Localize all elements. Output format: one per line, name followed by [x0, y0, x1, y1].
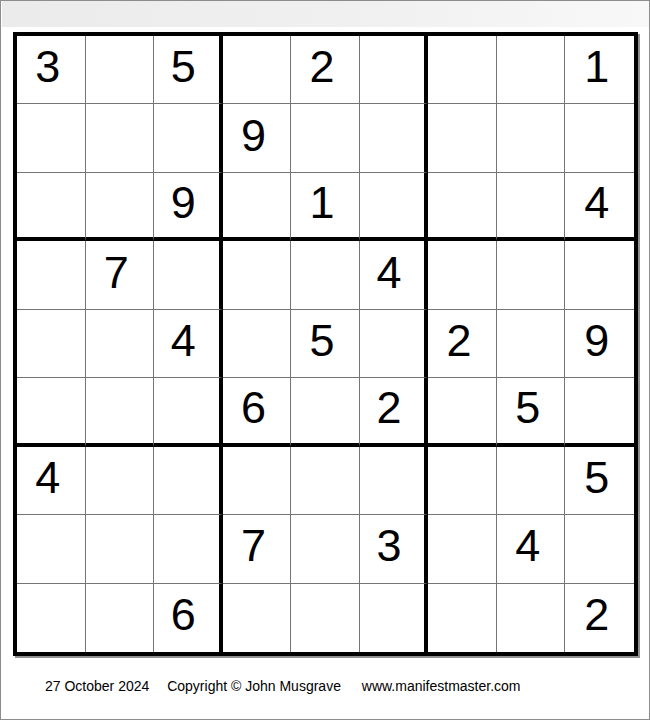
- cell-r1c3: 5: [154, 36, 223, 104]
- cell-r3c6: [360, 173, 429, 241]
- given-digit: 1: [309, 180, 334, 225]
- cell-r2c1: [17, 104, 86, 172]
- cell-r7c1: 4: [17, 447, 86, 515]
- given-digit: 3: [35, 44, 60, 89]
- given-digit: 4: [35, 455, 60, 500]
- cell-r2c7: [428, 104, 497, 172]
- cell-r1c4: [223, 36, 292, 104]
- cell-r4c2: 7: [86, 241, 155, 309]
- given-digit: 1: [584, 44, 609, 89]
- cell-r7c7: [428, 447, 497, 515]
- cell-r9c3: 6: [154, 584, 223, 652]
- given-digit: 2: [584, 592, 609, 637]
- given-digit: 9: [171, 180, 196, 225]
- footer-copyright: Copyright © John Musgrave: [167, 678, 341, 694]
- cell-r3c4: [223, 173, 292, 241]
- cell-r7c3: [154, 447, 223, 515]
- cell-r2c4: 9: [223, 104, 292, 172]
- cell-r5c6: [360, 310, 429, 378]
- cell-r7c4: [223, 447, 292, 515]
- cell-r2c8: [497, 104, 566, 172]
- cell-r7c9: 5: [565, 447, 634, 515]
- cell-r4c4: [223, 241, 292, 309]
- cell-r8c5: [291, 515, 360, 583]
- given-digit: 7: [104, 250, 129, 295]
- cell-r4c3: [154, 241, 223, 309]
- cell-r2c2: [86, 104, 155, 172]
- footer: 27 October 2024 Copyright © John Musgrav…: [45, 678, 521, 694]
- given-digit: 6: [241, 385, 266, 430]
- given-digit: 4: [377, 250, 402, 295]
- cell-r9c1: [17, 584, 86, 652]
- cell-r9c8: [497, 584, 566, 652]
- cell-r3c1: [17, 173, 86, 241]
- cell-r5c8: [497, 310, 566, 378]
- cell-r5c3: 4: [154, 310, 223, 378]
- cell-r7c8: [497, 447, 566, 515]
- cell-r6c8: 5: [497, 378, 566, 446]
- header-band: [2, 1, 650, 27]
- cell-r6c9: [565, 378, 634, 446]
- cell-r1c1: 3: [17, 36, 86, 104]
- cell-r5c5: 5: [291, 310, 360, 378]
- cell-r3c5: 1: [291, 173, 360, 241]
- cell-r9c9: 2: [565, 584, 634, 652]
- puzzle-page: 352199147445296254573462 27 October 2024…: [0, 0, 650, 720]
- cell-r3c7: [428, 173, 497, 241]
- sudoku-board: 352199147445296254573462: [13, 32, 638, 656]
- cell-r5c9: 9: [565, 310, 634, 378]
- cell-r5c1: [17, 310, 86, 378]
- cell-r6c1: [17, 378, 86, 446]
- footer-date: 27 October 2024: [45, 678, 149, 694]
- cell-r8c7: [428, 515, 497, 583]
- cell-r1c6: [360, 36, 429, 104]
- cell-r4c8: [497, 241, 566, 309]
- given-digit: 9: [584, 318, 609, 363]
- cell-r9c4: [223, 584, 292, 652]
- given-digit: 2: [309, 44, 334, 89]
- cell-r3c9: 4: [565, 173, 634, 241]
- cell-r8c8: 4: [497, 515, 566, 583]
- cell-r9c7: [428, 584, 497, 652]
- cell-r5c2: [86, 310, 155, 378]
- cell-r5c4: [223, 310, 292, 378]
- cell-r3c3: 9: [154, 173, 223, 241]
- cell-r7c5: [291, 447, 360, 515]
- given-digit: 5: [515, 385, 540, 430]
- cell-r1c5: 2: [291, 36, 360, 104]
- cell-r9c5: [291, 584, 360, 652]
- cell-r8c9: [565, 515, 634, 583]
- cell-r9c6: [360, 584, 429, 652]
- cell-r8c3: [154, 515, 223, 583]
- cell-r1c9: 1: [565, 36, 634, 104]
- cell-r2c9: [565, 104, 634, 172]
- cell-r6c3: [154, 378, 223, 446]
- cell-r1c2: [86, 36, 155, 104]
- cell-r8c4: 7: [223, 515, 292, 583]
- given-digit: 5: [309, 318, 334, 363]
- cell-r6c5: [291, 378, 360, 446]
- footer-website: www.manifestmaster.com: [362, 678, 521, 694]
- given-digit: 4: [515, 523, 540, 568]
- cell-r8c2: [86, 515, 155, 583]
- given-digit: 6: [171, 592, 196, 637]
- given-digit: 2: [447, 318, 472, 363]
- given-digit: 4: [584, 180, 609, 225]
- cell-r6c6: 2: [360, 378, 429, 446]
- given-digit: 3: [377, 523, 402, 568]
- cell-r1c8: [497, 36, 566, 104]
- cell-r4c9: [565, 241, 634, 309]
- cell-r3c2: [86, 173, 155, 241]
- given-digit: 2: [377, 385, 402, 430]
- cell-r4c7: [428, 241, 497, 309]
- cell-r5c7: 2: [428, 310, 497, 378]
- cell-r2c5: [291, 104, 360, 172]
- cell-r2c3: [154, 104, 223, 172]
- cell-r1c7: [428, 36, 497, 104]
- cell-r2c6: [360, 104, 429, 172]
- given-digit: 5: [171, 44, 196, 89]
- cell-r4c5: [291, 241, 360, 309]
- cell-r4c6: 4: [360, 241, 429, 309]
- cell-r9c2: [86, 584, 155, 652]
- cell-r8c1: [17, 515, 86, 583]
- given-digit: 7: [241, 523, 266, 568]
- given-digit: 5: [584, 455, 609, 500]
- cell-r8c6: 3: [360, 515, 429, 583]
- cell-r4c1: [17, 241, 86, 309]
- given-digit: 9: [241, 113, 266, 158]
- cell-r6c7: [428, 378, 497, 446]
- cell-r6c2: [86, 378, 155, 446]
- cell-r6c4: 6: [223, 378, 292, 446]
- given-digit: 4: [171, 318, 196, 363]
- cell-r3c8: [497, 173, 566, 241]
- cell-r7c6: [360, 447, 429, 515]
- cell-r7c2: [86, 447, 155, 515]
